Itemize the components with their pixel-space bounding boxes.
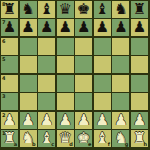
square-h5[interactable] [131, 56, 148, 73]
square-g3[interactable] [112, 93, 129, 110]
square-d8[interactable]: ♛ [57, 1, 74, 18]
square-e4[interactable] [75, 75, 92, 92]
square-g7[interactable]: ♟ [112, 19, 129, 36]
square-c4[interactable] [38, 75, 55, 92]
file-label-g: g [125, 141, 129, 147]
square-d6[interactable] [57, 38, 74, 55]
square-h2[interactable]: ♟ [131, 112, 148, 129]
square-b8[interactable]: ♞ [20, 1, 37, 18]
chess-board-frame: 8♜♞♝♛♚♝♞♜7♟♟♟♟♟♟♟♟65432♟♟♟♟♟♟♟♟1♜a♞b♝c♛d… [0, 0, 150, 150]
square-b6[interactable] [20, 38, 37, 55]
square-h6[interactable] [131, 38, 148, 55]
white-pawn-icon: ♟ [96, 112, 109, 127]
square-h4[interactable] [131, 75, 148, 92]
file-label-e: e [88, 141, 91, 147]
square-b3[interactable] [20, 93, 37, 110]
white-pawn-icon: ♟ [3, 112, 16, 127]
black-knight-icon: ♞ [21, 1, 34, 16]
square-d7[interactable]: ♟ [57, 19, 74, 36]
square-a4[interactable]: 4 [1, 75, 18, 92]
square-e1[interactable]: ♚e [75, 130, 92, 147]
white-pawn-icon: ♟ [58, 112, 71, 127]
square-e3[interactable] [75, 93, 92, 110]
file-label-b: b [32, 141, 36, 147]
square-e2[interactable]: ♟ [75, 112, 92, 129]
rank-label-5: 5 [2, 56, 5, 62]
square-h8[interactable]: ♜ [131, 1, 148, 18]
square-c5[interactable] [38, 56, 55, 73]
square-f5[interactable] [94, 56, 111, 73]
square-h7[interactable]: ♟ [131, 19, 148, 36]
black-queen-icon: ♛ [58, 1, 71, 16]
file-label-a: a [14, 141, 17, 147]
square-e7[interactable]: ♟ [75, 19, 92, 36]
square-g6[interactable] [112, 38, 129, 55]
square-e8[interactable]: ♚ [75, 1, 92, 18]
square-d4[interactable] [57, 75, 74, 92]
rank-label-6: 6 [2, 38, 5, 44]
black-pawn-icon: ♟ [3, 20, 16, 35]
square-a5[interactable]: 5 [1, 56, 18, 73]
square-b4[interactable] [20, 75, 37, 92]
square-a2[interactable]: 2♟ [1, 112, 18, 129]
black-bishop-icon: ♝ [40, 1, 53, 16]
square-g5[interactable] [112, 56, 129, 73]
black-rook-icon: ♜ [133, 1, 146, 16]
square-b5[interactable] [20, 56, 37, 73]
black-king-icon: ♚ [77, 1, 90, 16]
square-b2[interactable]: ♟ [20, 112, 37, 129]
square-a1[interactable]: 1♜a [1, 130, 18, 147]
black-pawn-icon: ♟ [133, 20, 146, 35]
square-e6[interactable] [75, 38, 92, 55]
file-label-f: f [108, 141, 110, 147]
square-f8[interactable]: ♝ [94, 1, 111, 18]
square-c1[interactable]: ♝c [38, 130, 55, 147]
square-g1[interactable]: ♞g [112, 130, 129, 147]
square-a7[interactable]: 7♟ [1, 19, 18, 36]
black-pawn-icon: ♟ [58, 20, 71, 35]
square-c8[interactable]: ♝ [38, 1, 55, 18]
square-d3[interactable] [57, 93, 74, 110]
file-label-d: d [69, 141, 73, 147]
square-a8[interactable]: 8♜ [1, 1, 18, 18]
square-b7[interactable]: ♟ [20, 19, 37, 36]
square-g8[interactable]: ♞ [112, 1, 129, 18]
square-g4[interactable] [112, 75, 129, 92]
square-f2[interactable]: ♟ [94, 112, 111, 129]
black-pawn-icon: ♟ [21, 20, 34, 35]
white-pawn-icon: ♟ [40, 112, 53, 127]
square-c3[interactable] [38, 93, 55, 110]
square-f3[interactable] [94, 93, 111, 110]
chess-board: 8♜♞♝♛♚♝♞♜7♟♟♟♟♟♟♟♟65432♟♟♟♟♟♟♟♟1♜a♞b♝c♛d… [1, 1, 148, 147]
white-pawn-icon: ♟ [133, 112, 146, 127]
square-g2[interactable]: ♟ [112, 112, 129, 129]
black-pawn-icon: ♟ [40, 20, 53, 35]
square-f6[interactable] [94, 38, 111, 55]
black-pawn-icon: ♟ [114, 20, 127, 35]
file-label-h: h [143, 141, 147, 147]
black-rook-icon: ♜ [3, 1, 16, 16]
square-a6[interactable]: 6 [1, 38, 18, 55]
white-pawn-icon: ♟ [77, 112, 90, 127]
black-pawn-icon: ♟ [77, 20, 90, 35]
white-pawn-icon: ♟ [21, 112, 34, 127]
square-d2[interactable]: ♟ [57, 112, 74, 129]
square-c7[interactable]: ♟ [38, 19, 55, 36]
square-f4[interactable] [94, 75, 111, 92]
square-h1[interactable]: ♜h [131, 130, 148, 147]
square-d5[interactable] [57, 56, 74, 73]
file-label-c: c [51, 141, 54, 147]
rank-label-3: 3 [2, 93, 5, 99]
black-bishop-icon: ♝ [96, 1, 109, 16]
square-h3[interactable] [131, 93, 148, 110]
square-f1[interactable]: ♝f [94, 130, 111, 147]
square-a3[interactable]: 3 [1, 93, 18, 110]
square-d1[interactable]: ♛d [57, 130, 74, 147]
white-pawn-icon: ♟ [114, 112, 127, 127]
square-f7[interactable]: ♟ [94, 19, 111, 36]
square-c2[interactable]: ♟ [38, 112, 55, 129]
square-c6[interactable] [38, 38, 55, 55]
black-pawn-icon: ♟ [96, 20, 109, 35]
square-b1[interactable]: ♞b [20, 130, 37, 147]
rank-label-4: 4 [2, 75, 5, 81]
square-e5[interactable] [75, 56, 92, 73]
black-knight-icon: ♞ [114, 1, 127, 16]
